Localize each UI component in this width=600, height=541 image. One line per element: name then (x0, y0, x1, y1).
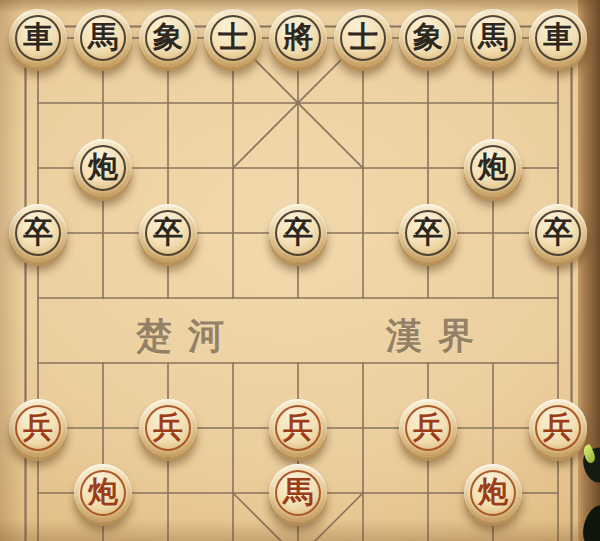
piece-red-soldier[interactable]: 兵 (269, 399, 327, 457)
piece-glyph: 卒 (283, 217, 313, 247)
piece-glyph: 卒 (23, 217, 53, 247)
piece-black-advisor[interactable]: 士 (334, 9, 392, 67)
piece-black-horse[interactable]: 馬 (464, 9, 522, 67)
piece-black-soldier[interactable]: 卒 (139, 204, 197, 262)
piece-red-horse[interactable]: 馬 (269, 464, 327, 522)
piece-red-soldier[interactable]: 兵 (529, 399, 587, 457)
piece-red-soldier[interactable]: 兵 (139, 399, 197, 457)
piece-red-soldier[interactable]: 兵 (399, 399, 457, 457)
piece-glyph: 馬 (88, 22, 118, 52)
piece-black-soldier[interactable]: 卒 (9, 204, 67, 262)
piece-glyph: 兵 (413, 412, 443, 442)
piece-glyph: 象 (153, 22, 183, 52)
piece-black-advisor[interactable]: 士 (204, 9, 262, 67)
piece-glyph: 將 (283, 22, 313, 52)
river-label-left: 楚河 (136, 312, 240, 361)
piece-glyph: 兵 (153, 412, 183, 442)
piece-glyph: 馬 (478, 22, 508, 52)
piece-black-chariot[interactable]: 車 (9, 9, 67, 67)
piece-glyph: 炮 (478, 152, 508, 182)
piece-black-cannon[interactable]: 炮 (464, 139, 522, 197)
piece-black-soldier[interactable]: 卒 (269, 204, 327, 262)
board-grid (0, 0, 600, 541)
piece-glyph: 炮 (88, 477, 118, 507)
piece-red-cannon[interactable]: 炮 (74, 464, 132, 522)
piece-glyph: 炮 (478, 477, 508, 507)
piece-black-horse[interactable]: 馬 (74, 9, 132, 67)
piece-black-elephant[interactable]: 象 (399, 9, 457, 67)
board-side-frame (578, 0, 600, 541)
piece-glyph: 士 (218, 22, 248, 52)
piece-glyph: 卒 (543, 217, 573, 247)
piece-black-soldier[interactable]: 卒 (399, 204, 457, 262)
piece-red-cannon[interactable]: 炮 (464, 464, 522, 522)
piece-black-soldier[interactable]: 卒 (529, 204, 587, 262)
xiangqi-board[interactable]: 楚河 漢界 車馬象士將士象馬車炮炮卒卒卒卒卒兵兵兵兵兵炮馬炮 (0, 0, 600, 541)
river-label-right: 漢界 (386, 312, 490, 361)
piece-glyph: 炮 (88, 152, 118, 182)
piece-glyph: 兵 (543, 412, 573, 442)
piece-glyph: 車 (23, 22, 53, 52)
piece-black-general[interactable]: 將 (269, 9, 327, 67)
piece-glyph: 卒 (413, 217, 443, 247)
piece-glyph: 卒 (153, 217, 183, 247)
piece-glyph: 車 (543, 22, 573, 52)
piece-glyph: 士 (348, 22, 378, 52)
piece-black-chariot[interactable]: 車 (529, 9, 587, 67)
piece-glyph: 象 (413, 22, 443, 52)
piece-glyph: 兵 (23, 412, 53, 442)
piece-glyph: 兵 (283, 412, 313, 442)
piece-red-soldier[interactable]: 兵 (9, 399, 67, 457)
piece-glyph: 馬 (283, 477, 313, 507)
piece-black-cannon[interactable]: 炮 (74, 139, 132, 197)
piece-black-elephant[interactable]: 象 (139, 9, 197, 67)
